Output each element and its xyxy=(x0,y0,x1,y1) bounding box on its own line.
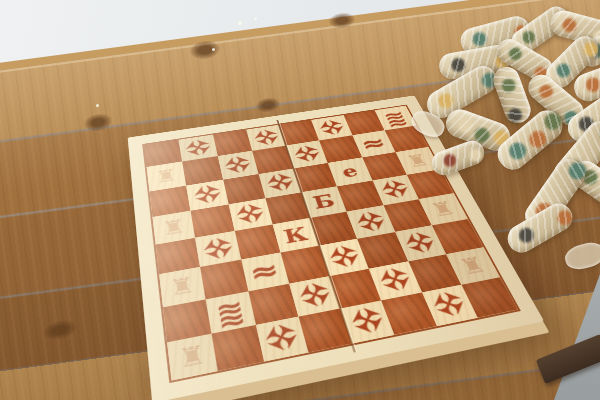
engraving-cross-icon: ✠ xyxy=(326,243,361,272)
board-square xyxy=(212,325,264,371)
engraving-swirl-icon: ≈ xyxy=(358,133,390,155)
photo-scene: ✠✠✠≈♜✠✠≈✠✠е♜♜✠Б✠✠К✠♜♜≈✠✠≈✠✠♜♜✠✠✠ xyxy=(0,0,600,400)
engraving-swirl-icon: ≈ xyxy=(247,256,282,287)
painted-piece-glimpse xyxy=(516,225,536,245)
engraving-tower-icon: ♜ xyxy=(161,216,187,239)
engraving-cross-icon: ✠ xyxy=(261,321,301,357)
engraving-letter-e-icon: е xyxy=(339,163,360,181)
engraving-cross-icon: ✠ xyxy=(263,171,296,195)
board-square: ♜ xyxy=(167,333,218,380)
engraving-cross-icon: ✠ xyxy=(250,127,281,148)
engraving-cross-icon: ✠ xyxy=(377,265,413,296)
painted-piece-glimpse xyxy=(471,30,488,47)
painted-piece-glimpse xyxy=(584,75,600,94)
engraving-cross-icon: ✠ xyxy=(181,137,213,158)
painted-piece-glimpse xyxy=(500,77,518,95)
engraving-cross-icon: ✠ xyxy=(317,118,347,138)
painted-piece-glimpse xyxy=(506,45,524,63)
dust-speck xyxy=(96,104,99,107)
painted-piece-glimpse xyxy=(456,115,475,134)
painted-piece-glimpse xyxy=(553,60,573,80)
painted-piece-glimpse xyxy=(450,57,466,73)
engraving-tower-icon: ♜ xyxy=(177,341,208,372)
dust-speck xyxy=(254,17,257,20)
engraving-cross-icon: ✠ xyxy=(379,178,410,202)
engraving-tower-icon: ♜ xyxy=(168,274,197,300)
painted-piece-glimpse xyxy=(536,82,556,102)
painted-piece-glimpse xyxy=(436,91,456,111)
engraving-cross-icon: ✠ xyxy=(403,229,436,257)
engraving-tower-icon: ♜ xyxy=(154,166,178,186)
engraving-cross-icon: ✠ xyxy=(348,305,386,339)
engraving-flag-icon: ≈ xyxy=(213,292,246,324)
engraving-cross-icon: ✠ xyxy=(199,235,236,264)
engraving-cross-icon: ✠ xyxy=(221,154,254,177)
engraving-cross-icon: ✠ xyxy=(295,280,333,312)
engraving-tower-icon: ♜ xyxy=(403,151,431,170)
engraving-flag-icon: ≈ xyxy=(380,107,409,126)
dust-speck xyxy=(238,21,242,25)
painted-piece-glimpse xyxy=(505,139,529,163)
painted-piece-glimpse xyxy=(596,122,600,146)
engraving-cross-icon: ✠ xyxy=(190,183,225,208)
engraving-tower-icon: ♜ xyxy=(456,253,490,278)
painted-piece-glimpse xyxy=(442,152,459,169)
engraving-cross-icon: ✠ xyxy=(232,202,267,228)
engraving-letter-k-icon: К xyxy=(282,224,310,246)
engraving-cross-icon: ✠ xyxy=(291,143,322,165)
engraving-cross-icon: ✠ xyxy=(431,289,467,322)
painted-piece-glimpse xyxy=(561,16,578,33)
engraving-letter-b-icon: Б xyxy=(311,192,337,212)
engraving-cross-icon: ✠ xyxy=(354,209,387,236)
dust-speck xyxy=(212,48,215,51)
